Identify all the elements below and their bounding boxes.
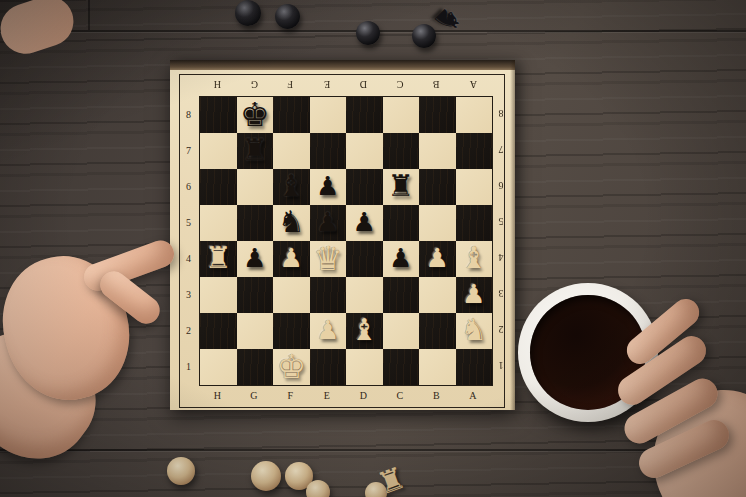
square-a2[interactable]: ♞ — [456, 313, 493, 349]
square-d2[interactable]: ♝ — [346, 313, 383, 349]
square-g4[interactable]: ♟ — [237, 241, 274, 277]
rank-label: 2 — [179, 312, 198, 348]
piece-white-queen[interactable]: ♛ — [313, 242, 343, 275]
piece-white-pawn[interactable]: ♟ — [316, 317, 339, 343]
square-g8[interactable]: ♚ — [237, 97, 274, 133]
square-b4[interactable]: ♟ — [419, 241, 456, 277]
file-label: C — [382, 385, 419, 406]
rank-label: 8 — [179, 96, 198, 132]
rank-label: 6 — [492, 168, 510, 204]
square-f2[interactable] — [273, 313, 310, 349]
square-c3[interactable] — [383, 277, 420, 313]
square-g7[interactable]: ♜ — [237, 133, 274, 169]
square-h4[interactable]: ♜ — [200, 241, 237, 277]
captured-white-pawn[interactable] — [167, 457, 195, 485]
square-c7[interactable] — [383, 133, 420, 169]
square-f8[interactable] — [273, 97, 310, 133]
piece-black-pawn[interactable]: ♟ — [243, 245, 266, 271]
file-label: F — [272, 75, 309, 95]
file-label: E — [309, 75, 346, 95]
square-f4[interactable]: ♟ — [273, 241, 310, 277]
square-d1[interactable] — [346, 349, 383, 385]
square-b3[interactable] — [419, 277, 456, 313]
file-label: G — [236, 75, 273, 95]
rank-label: 8 — [492, 96, 510, 132]
square-d6[interactable] — [346, 169, 383, 205]
square-c8[interactable] — [383, 97, 420, 133]
square-e4[interactable]: ♛ — [310, 241, 347, 277]
left-folded-fingers — [0, 0, 80, 60]
file-label: E — [309, 385, 346, 406]
captured-black-pawn[interactable] — [235, 0, 261, 26]
square-b5[interactable] — [419, 205, 456, 241]
square-e3[interactable] — [310, 277, 347, 313]
square-b2[interactable] — [419, 313, 456, 349]
square-h2[interactable] — [200, 313, 237, 349]
square-b7[interactable] — [419, 133, 456, 169]
piece-black-rook[interactable]: ♜ — [241, 135, 268, 165]
square-g3[interactable] — [237, 277, 274, 313]
square-g6[interactable] — [237, 169, 274, 205]
square-d8[interactable] — [346, 97, 383, 133]
square-h1[interactable] — [200, 349, 237, 385]
captured-black-pawn[interactable] — [356, 21, 380, 45]
rank-label: 7 — [179, 132, 198, 168]
square-g5[interactable] — [237, 205, 274, 241]
file-label: D — [345, 75, 382, 95]
square-a5[interactable] — [456, 205, 493, 241]
square-h8[interactable] — [200, 97, 237, 133]
file-label: H — [199, 385, 236, 406]
rank-label: 5 — [492, 204, 510, 240]
rank-label: 2 — [492, 312, 510, 348]
captured-black-pawn[interactable] — [412, 24, 436, 48]
table-plank-seam — [0, 449, 746, 451]
square-b6[interactable] — [419, 169, 456, 205]
rank-label: 3 — [179, 276, 198, 312]
square-b1[interactable] — [419, 349, 456, 385]
square-a1[interactable] — [456, 349, 493, 385]
piece-black-king[interactable]: ♚ — [240, 98, 270, 131]
chess-board: HGFEDCBA HGFEDCBA 87654321 87654321 ♚♜♝♟… — [170, 60, 515, 410]
piece-black-rook[interactable]: ♜ — [387, 171, 414, 201]
file-labels-top: HGFEDCBA — [199, 75, 491, 95]
square-c1[interactable] — [383, 349, 420, 385]
square-f3[interactable] — [273, 277, 310, 313]
piece-black-pawn[interactable]: ♟ — [389, 245, 412, 271]
rank-label: 1 — [492, 348, 510, 384]
board-edge — [170, 60, 515, 70]
square-h3[interactable] — [200, 277, 237, 313]
square-e5[interactable]: ♟ — [310, 205, 347, 241]
rank-label: 3 — [492, 276, 510, 312]
square-e1[interactable] — [310, 349, 347, 385]
piece-white-bishop[interactable]: ♝ — [460, 243, 487, 273]
piece-black-bishop[interactable]: ♝ — [278, 171, 305, 201]
square-a7[interactable] — [456, 133, 493, 169]
square-h7[interactable] — [200, 133, 237, 169]
square-h6[interactable] — [200, 169, 237, 205]
square-a4[interactable]: ♝ — [456, 241, 493, 277]
square-a3[interactable]: ♟ — [456, 277, 493, 313]
captured-black-pawn[interactable] — [275, 4, 300, 29]
captured-white-pawn[interactable] — [251, 461, 281, 491]
square-f6[interactable]: ♝ — [273, 169, 310, 205]
square-f7[interactable] — [273, 133, 310, 169]
square-d5[interactable]: ♟ — [346, 205, 383, 241]
piece-black-knight[interactable]: ♞ — [278, 207, 305, 237]
square-c5[interactable] — [383, 205, 420, 241]
piece-white-knight[interactable]: ♞ — [460, 315, 487, 345]
rank-label: 7 — [492, 132, 510, 168]
rank-labels-right: 87654321 — [492, 96, 510, 384]
file-label: C — [382, 75, 419, 95]
captured-white-pawn[interactable] — [306, 480, 330, 497]
square-e6[interactable]: ♟ — [310, 169, 347, 205]
square-f1[interactable]: ♚ — [273, 349, 310, 385]
square-h5[interactable] — [200, 205, 237, 241]
file-label: A — [455, 385, 492, 406]
rank-label: 5 — [179, 204, 198, 240]
rank-label: 4 — [492, 240, 510, 276]
square-a6[interactable] — [456, 169, 493, 205]
rank-labels-left: 87654321 — [179, 96, 198, 384]
piece-white-king[interactable]: ♚ — [276, 350, 306, 383]
file-label: B — [418, 75, 455, 95]
piece-white-pawn[interactable]: ♟ — [426, 245, 449, 271]
file-label: F — [272, 385, 309, 406]
square-d7[interactable] — [346, 133, 383, 169]
piece-black-pawn[interactable]: ♟ — [316, 209, 339, 235]
piece-white-pawn[interactable]: ♟ — [462, 281, 485, 307]
square-d4[interactable] — [346, 241, 383, 277]
piece-black-pawn[interactable]: ♟ — [316, 173, 339, 199]
square-c2[interactable] — [383, 313, 420, 349]
file-label: G — [236, 385, 273, 406]
file-label: B — [418, 385, 455, 406]
square-f5[interactable]: ♞ — [273, 205, 310, 241]
square-e7[interactable] — [310, 133, 347, 169]
tabletop-scene: HGFEDCBA HGFEDCBA 87654321 87654321 ♚♜♝♟… — [0, 0, 746, 497]
square-g2[interactable] — [237, 313, 274, 349]
piece-white-rook[interactable]: ♜ — [205, 243, 232, 273]
square-d3[interactable] — [346, 277, 383, 313]
piece-black-pawn[interactable]: ♟ — [353, 209, 376, 235]
square-e8[interactable] — [310, 97, 347, 133]
board-grid: ♚♜♝♟♜♞♟♟♜♟♟♛♟♟♝♟♟♝♞♚ — [199, 96, 493, 386]
board-edge — [510, 60, 515, 410]
square-e2[interactable]: ♟ — [310, 313, 347, 349]
square-a8[interactable] — [456, 97, 493, 133]
file-label: H — [199, 75, 236, 95]
square-c4[interactable]: ♟ — [383, 241, 420, 277]
table-plank-joint — [88, 0, 90, 30]
square-g1[interactable] — [237, 349, 274, 385]
piece-white-bishop[interactable]: ♝ — [351, 315, 378, 345]
rank-label: 1 — [179, 348, 198, 384]
rank-label: 4 — [179, 240, 198, 276]
piece-white-pawn[interactable]: ♟ — [280, 245, 303, 271]
square-c6[interactable]: ♜ — [383, 169, 420, 205]
rank-label: 6 — [179, 168, 198, 204]
file-labels-bottom: HGFEDCBA — [199, 385, 491, 406]
file-label: A — [455, 75, 492, 95]
file-label: D — [345, 385, 382, 406]
square-b8[interactable] — [419, 97, 456, 133]
